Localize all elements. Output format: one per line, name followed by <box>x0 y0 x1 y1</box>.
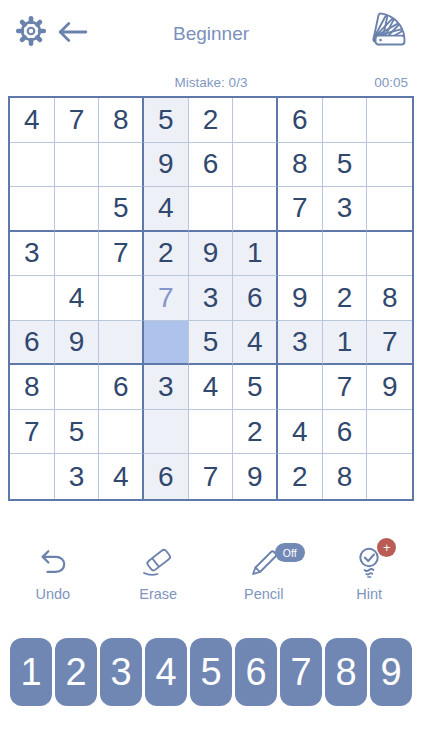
cell-r1c6[interactable] <box>233 98 278 143</box>
cell-r9c6[interactable]: 9 <box>233 454 278 499</box>
theme-button[interactable] <box>370 10 410 48</box>
numpad-8[interactable]: 8 <box>325 638 367 706</box>
sudoku-board: 4785269685547337291473692869543178634579… <box>8 96 414 501</box>
number-pad: 123456789 <box>0 638 422 706</box>
cell-r8c2[interactable]: 5 <box>55 410 100 455</box>
cell-r2c5[interactable]: 6 <box>189 143 234 188</box>
cell-r6c4[interactable] <box>144 321 189 366</box>
cell-r5c3[interactable] <box>99 276 144 321</box>
cell-r1c1[interactable]: 4 <box>10 98 55 143</box>
undo-button[interactable]: Undo <box>0 545 106 602</box>
numpad-5[interactable]: 5 <box>190 638 232 706</box>
cell-r3c7[interactable]: 7 <box>278 187 323 232</box>
cell-r8c4[interactable] <box>144 410 189 455</box>
status-bar: Mistake: 0/3 00:05 <box>0 56 422 96</box>
cell-r4c9[interactable] <box>367 232 412 277</box>
cell-r1c5[interactable]: 2 <box>189 98 234 143</box>
cell-r7c7[interactable] <box>278 365 323 410</box>
cell-r5c1[interactable] <box>10 276 55 321</box>
cell-r4c1[interactable]: 3 <box>10 232 55 277</box>
pencil-state-badge: Off <box>275 543 305 562</box>
cell-r9c9[interactable] <box>367 454 412 499</box>
cell-r5c8[interactable]: 2 <box>323 276 368 321</box>
cell-r6c7[interactable]: 3 <box>278 321 323 366</box>
cell-r6c1[interactable]: 6 <box>10 321 55 366</box>
header: Beginner <box>0 0 422 56</box>
cell-r2c8[interactable]: 5 <box>323 143 368 188</box>
cell-r9c7[interactable]: 2 <box>278 454 323 499</box>
cell-r4c8[interactable] <box>323 232 368 277</box>
cell-r8c9[interactable] <box>367 410 412 455</box>
erase-button[interactable]: Erase <box>106 545 212 602</box>
cell-r3c5[interactable] <box>189 187 234 232</box>
cell-r5c2[interactable]: 4 <box>55 276 100 321</box>
cell-r4c6[interactable]: 1 <box>233 232 278 277</box>
numpad-2[interactable]: 2 <box>55 638 97 706</box>
cell-r2c9[interactable] <box>367 143 412 188</box>
cell-r9c4[interactable]: 6 <box>144 454 189 499</box>
cell-r1c4[interactable]: 5 <box>144 98 189 143</box>
cell-r5c4[interactable]: 7 <box>144 276 189 321</box>
cell-r5c9[interactable]: 8 <box>367 276 412 321</box>
cell-r6c8[interactable]: 1 <box>323 321 368 366</box>
cell-r9c2[interactable]: 3 <box>55 454 100 499</box>
cell-r7c4[interactable]: 3 <box>144 365 189 410</box>
hint-label: Hint <box>356 586 382 602</box>
numpad-9[interactable]: 9 <box>370 638 412 706</box>
cell-r5c5[interactable]: 3 <box>189 276 234 321</box>
cell-r2c2[interactable] <box>55 143 100 188</box>
cell-r3c3[interactable]: 5 <box>99 187 144 232</box>
cell-r4c7[interactable] <box>278 232 323 277</box>
cell-r7c3[interactable]: 6 <box>99 365 144 410</box>
toolbar: Undo Erase Off Pencil <box>0 545 422 602</box>
cell-r6c6[interactable]: 4 <box>233 321 278 366</box>
cell-r7c9[interactable]: 9 <box>367 365 412 410</box>
cell-r1c7[interactable]: 6 <box>278 98 323 143</box>
cell-r9c5[interactable]: 7 <box>189 454 234 499</box>
undo-icon <box>35 545 71 579</box>
cell-r9c3[interactable]: 4 <box>99 454 144 499</box>
cell-r6c3[interactable] <box>99 321 144 366</box>
cell-r5c7[interactable]: 9 <box>278 276 323 321</box>
cell-r9c8[interactable]: 8 <box>323 454 368 499</box>
page-title: Beginner <box>0 23 422 45</box>
undo-label: Undo <box>35 586 70 602</box>
hint-button[interactable]: + Hint <box>317 545 422 602</box>
cell-r1c2[interactable]: 7 <box>55 98 100 143</box>
cell-r3c8[interactable]: 3 <box>323 187 368 232</box>
cell-r2c4[interactable]: 9 <box>144 143 189 188</box>
hint-count-badge: + <box>377 538 396 557</box>
cell-r8c8[interactable]: 6 <box>323 410 368 455</box>
cell-r7c6[interactable]: 5 <box>233 365 278 410</box>
pencil-icon: Off <box>246 545 282 579</box>
pencil-label: Pencil <box>244 586 284 602</box>
theme-palette-icon <box>370 10 410 48</box>
cell-r7c5[interactable]: 4 <box>189 365 234 410</box>
cell-r2c7[interactable]: 8 <box>278 143 323 188</box>
cell-r7c1[interactable]: 8 <box>10 365 55 410</box>
cell-r3c6[interactable] <box>233 187 278 232</box>
cell-r6c9[interactable]: 7 <box>367 321 412 366</box>
cell-r3c1[interactable] <box>10 187 55 232</box>
numpad-3[interactable]: 3 <box>100 638 142 706</box>
cell-r4c2[interactable] <box>55 232 100 277</box>
cell-r2c3[interactable] <box>99 143 144 188</box>
cell-r7c2[interactable] <box>55 365 100 410</box>
mistake-counter: Mistake: 0/3 <box>0 75 422 90</box>
erase-label: Erase <box>139 586 177 602</box>
cell-r4c3[interactable]: 7 <box>99 232 144 277</box>
cell-r7c8[interactable]: 7 <box>323 365 368 410</box>
cell-r8c6[interactable]: 2 <box>233 410 278 455</box>
cell-r3c4[interactable]: 4 <box>144 187 189 232</box>
cell-r9c1[interactable] <box>10 454 55 499</box>
cell-r8c7[interactable]: 4 <box>278 410 323 455</box>
numpad-4[interactable]: 4 <box>145 638 187 706</box>
cell-r4c4[interactable]: 2 <box>144 232 189 277</box>
cell-r1c8[interactable] <box>323 98 368 143</box>
cell-r5c6[interactable]: 6 <box>233 276 278 321</box>
cell-r8c5[interactable] <box>189 410 234 455</box>
hint-bulb-icon: + <box>351 545 387 579</box>
cell-r1c9[interactable] <box>367 98 412 143</box>
cell-r6c2[interactable]: 9 <box>55 321 100 366</box>
cell-r8c1[interactable]: 7 <box>10 410 55 455</box>
cell-r8c3[interactable] <box>99 410 144 455</box>
cell-r1c3[interactable]: 8 <box>99 98 144 143</box>
cell-r3c2[interactable] <box>55 187 100 232</box>
timer: 00:05 <box>374 75 408 90</box>
numpad-7[interactable]: 7 <box>280 638 322 706</box>
cell-r4c5[interactable]: 9 <box>189 232 234 277</box>
eraser-icon <box>140 545 176 579</box>
pencil-button[interactable]: Off Pencil <box>211 545 317 602</box>
cell-r2c6[interactable] <box>233 143 278 188</box>
numpad-1[interactable]: 1 <box>10 638 52 706</box>
cell-r6c5[interactable]: 5 <box>189 321 234 366</box>
numpad-6[interactable]: 6 <box>235 638 277 706</box>
cell-r2c1[interactable] <box>10 143 55 188</box>
cell-r3c9[interactable] <box>367 187 412 232</box>
